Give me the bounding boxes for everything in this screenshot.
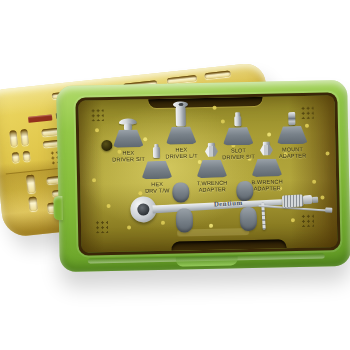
adapter-hex-head [260,145,273,156]
vent-slot [23,151,31,162]
silicone-holder [197,160,227,179]
rod-tip [325,208,332,213]
wrench-clamp [176,208,193,232]
driver-body [234,116,241,126]
slot-driver-metal [213,101,262,128]
b-wrench-adapter-metal [242,132,291,159]
adapter-body [288,112,295,125]
silicone-holder [142,161,172,180]
instrument-tray: HEXDRIVER S/T HEXDRIVER L/T SLOTDRIVER S… [75,92,340,255]
tray-hole-grid [91,108,104,121]
tray-dot-holes [78,101,82,105]
mount-adapter-metal [267,100,316,127]
case-bottom-notch [176,256,237,266]
vent-slot [26,175,36,194]
hex-driver-lt-metal [156,100,205,127]
hex-drv-tw-metal [132,134,181,161]
vent-slot [28,196,37,211]
driver-body [153,147,160,158]
tray-hole-grid [95,220,108,233]
tool-hex-drv-tw: HEXDRV T/W [132,134,181,195]
adapter-hex-head [205,146,218,157]
t-wrench-adapter-metal [187,133,236,160]
tool-b-wrench-adapter: B.WRENCHADAPTER [242,132,291,193]
kit-case: HEXDRIVER S/T HEXDRIVER L/T SLOTDRIVER S… [56,80,350,272]
wrench-end-knob [303,195,312,204]
silicone-holder [252,158,282,177]
tool-t-wrench-adapter: T.WRENCHADAPTER [187,133,236,194]
hex-driver-st-metal [103,103,152,130]
knurled-adjuster [282,194,304,207]
vent-slot [12,152,20,163]
wrench-clamp [240,207,257,231]
wrench-square-drive [312,197,318,203]
case-latch-tab [53,196,63,220]
torque-ratchet-wrench: Dentium [130,184,338,245]
driver-body [176,106,186,126]
